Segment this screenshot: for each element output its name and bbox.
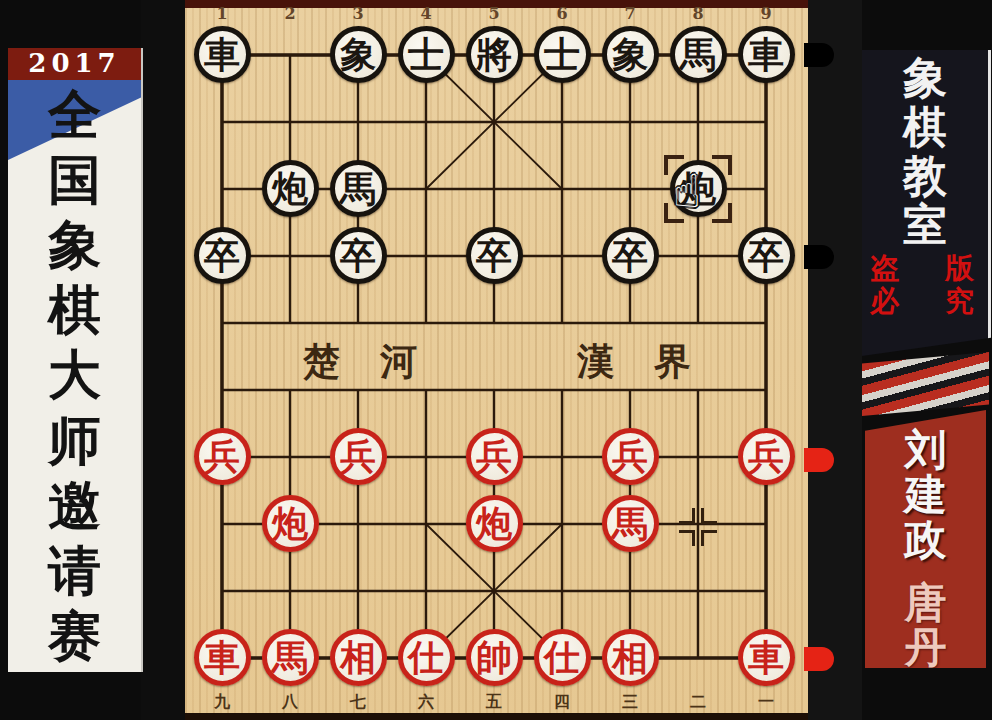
char: 教 <box>903 154 947 198</box>
piece-glyph: 車 <box>748 639 784 675</box>
piece-glyph: 卒 <box>340 237 376 273</box>
char: 丹 <box>905 626 947 671</box>
piece-glyph: 炮 <box>680 170 716 206</box>
char: 大 <box>48 348 101 401</box>
coord-label-五: 五 <box>480 692 508 713</box>
piece-glyph: 馬 <box>272 639 308 675</box>
channel-panel: 象棋教室 盗版 必究 <box>862 50 991 356</box>
piece-glyph: 馬 <box>680 36 716 72</box>
piece-black-horse[interactable]: 馬 <box>670 26 727 83</box>
year-label: 2017 <box>8 48 141 80</box>
char: 象 <box>903 56 947 100</box>
coord-label-八: 八 <box>276 692 304 713</box>
player-name-red: 刘建政 <box>905 428 947 563</box>
piece-glyph: 兵 <box>340 438 376 474</box>
char: 赛 <box>48 609 101 662</box>
piece-glyph: 車 <box>204 36 240 72</box>
char: 棋 <box>48 283 101 336</box>
char: 刘 <box>905 428 947 473</box>
piece-black-general[interactable]: 將 <box>466 26 523 83</box>
coord-label-一: 一 <box>752 692 780 713</box>
piracy-warning-row1: 盗版 <box>870 254 974 283</box>
piece-black-soldier[interactable]: 卒 <box>602 227 659 284</box>
char: 究 <box>945 287 974 316</box>
right-gap <box>808 0 862 720</box>
piece-black-cannon-selected[interactable]: 炮 <box>670 160 727 217</box>
piece-glyph: 馬 <box>612 505 648 541</box>
char: 师 <box>48 414 101 467</box>
piece-black-horse[interactable]: 馬 <box>330 160 387 217</box>
piece-glyph: 兵 <box>748 438 784 474</box>
piece-red-chariot[interactable]: 車 <box>194 629 251 686</box>
piece-glyph: 象 <box>612 36 648 72</box>
piece-glyph: 車 <box>748 36 784 72</box>
char: 政 <box>905 518 947 563</box>
piece-glyph: 仕 <box>544 639 580 675</box>
piece-red-elephant[interactable]: 相 <box>330 629 387 686</box>
piece-red-soldier[interactable]: 兵 <box>330 428 387 485</box>
piece-black-soldier[interactable]: 卒 <box>194 227 251 284</box>
tournament-title: 全国象棋大师邀请赛 <box>8 82 141 668</box>
edge-marker-black-top <box>804 43 834 67</box>
char: 全 <box>48 88 101 141</box>
edge-marker-black-mid <box>804 245 834 269</box>
char: 国 <box>48 153 101 206</box>
char: 请 <box>48 544 101 597</box>
piece-red-soldier[interactable]: 兵 <box>738 428 795 485</box>
char: 建 <box>905 473 947 518</box>
piece-glyph: 兵 <box>204 438 240 474</box>
piece-glyph: 兵 <box>476 438 512 474</box>
piece-glyph: 卒 <box>612 237 648 273</box>
char: 必 <box>870 287 899 316</box>
piece-red-cannon[interactable]: 炮 <box>466 495 523 552</box>
coord-label-四: 四 <box>548 692 576 713</box>
piece-grid: 車象士將士象馬車炮馬炮卒卒卒卒卒兵兵兵兵兵炮炮馬車馬相仕帥仕相車 <box>188 21 800 691</box>
coord-label-九: 九 <box>208 692 236 713</box>
piece-red-general[interactable]: 帥 <box>466 629 523 686</box>
piece-glyph: 仕 <box>408 639 444 675</box>
piece-black-soldier[interactable]: 卒 <box>466 227 523 284</box>
piece-glyph: 車 <box>204 639 240 675</box>
coord-label-七: 七 <box>344 692 372 713</box>
piece-red-advisor[interactable]: 仕 <box>534 629 591 686</box>
piece-black-soldier[interactable]: 卒 <box>738 227 795 284</box>
piece-glyph: 將 <box>476 36 512 72</box>
edge-marker-red-mid <box>804 448 834 472</box>
xiangqi-board[interactable]: 123456789 九八七六五四三二一 楚河 漢界 車象士將士象馬車炮馬炮卒卒卒… <box>185 0 808 720</box>
char: 象 <box>48 218 101 271</box>
piece-glyph: 炮 <box>272 170 308 206</box>
piece-glyph: 士 <box>544 36 580 72</box>
piece-glyph: 相 <box>340 639 376 675</box>
piece-red-soldier[interactable]: 兵 <box>602 428 659 485</box>
piece-red-soldier[interactable]: 兵 <box>194 428 251 485</box>
char: 棋 <box>903 105 947 149</box>
piece-glyph: 炮 <box>476 505 512 541</box>
piece-glyph: 象 <box>340 36 376 72</box>
char: 室 <box>903 203 947 247</box>
piece-red-soldier[interactable]: 兵 <box>466 428 523 485</box>
piece-black-soldier[interactable]: 卒 <box>330 227 387 284</box>
edge-marker-red-bottom <box>804 647 834 671</box>
board-bottom-strip <box>185 713 808 720</box>
piece-glyph: 兵 <box>612 438 648 474</box>
piece-glyph: 士 <box>408 36 444 72</box>
piece-black-chariot[interactable]: 車 <box>738 26 795 83</box>
piece-red-horse[interactable]: 馬 <box>602 495 659 552</box>
video-frame: 123456789 九八七六五四三二一 楚河 漢界 車象士將士象馬車炮馬炮卒卒卒… <box>0 0 992 720</box>
char: 唐 <box>905 581 947 626</box>
channel-title: 象棋教室 <box>862 56 988 247</box>
char: 邀 <box>48 479 101 532</box>
player-name-black: 唐丹 <box>905 581 947 671</box>
coord-label-六: 六 <box>412 692 440 713</box>
piece-glyph: 相 <box>612 639 648 675</box>
piece-black-advisor[interactable]: 士 <box>534 26 591 83</box>
coord-label-二: 二 <box>684 692 712 713</box>
char: 版 <box>945 254 974 283</box>
piece-glyph: 炮 <box>272 505 308 541</box>
piece-black-elephant[interactable]: 象 <box>330 26 387 83</box>
piece-glyph: 卒 <box>204 237 240 273</box>
piracy-warning-row2: 必究 <box>870 287 974 316</box>
piece-black-elephant[interactable]: 象 <box>602 26 659 83</box>
piece-glyph: 卒 <box>748 237 784 273</box>
piece-black-chariot[interactable]: 車 <box>194 26 251 83</box>
piece-glyph: 帥 <box>476 639 512 675</box>
piece-glyph: 馬 <box>340 170 376 206</box>
piece-red-advisor[interactable]: 仕 <box>398 629 455 686</box>
coord-label-三: 三 <box>616 692 644 713</box>
tournament-banner: 2017 全国象棋大师邀请赛 <box>8 48 143 672</box>
left-gap <box>141 0 185 720</box>
piece-glyph: 卒 <box>476 237 512 273</box>
piece-red-cannon[interactable]: 炮 <box>262 495 319 552</box>
char: 盗 <box>870 254 899 283</box>
piece-black-advisor[interactable]: 士 <box>398 26 455 83</box>
piece-red-horse[interactable]: 馬 <box>262 629 319 686</box>
divider-stripes <box>862 352 989 416</box>
piece-red-elephant[interactable]: 相 <box>602 629 659 686</box>
piece-red-chariot[interactable]: 車 <box>738 629 795 686</box>
piece-black-cannon[interactable]: 炮 <box>262 160 319 217</box>
players-panel: 刘建政 唐丹 <box>865 410 986 668</box>
